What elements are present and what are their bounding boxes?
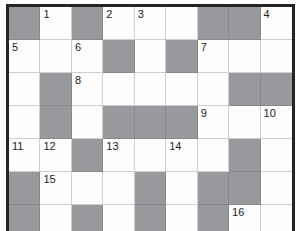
open-cell-r6c3[interactable] (72, 172, 103, 205)
open-cell-r1c6[interactable] (166, 7, 197, 40)
clue-number-14: 14 (169, 140, 181, 152)
open-cell-r4c7[interactable]: 9 (198, 106, 229, 139)
open-cell-r4c3[interactable] (72, 106, 103, 139)
open-cell-r1c9[interactable]: 4 (261, 7, 292, 40)
blocked-cell-r2c6 (166, 40, 197, 73)
open-cell-r3c7[interactable] (198, 73, 229, 106)
open-cell-r3c5[interactable] (135, 73, 166, 106)
blocked-cell-r4c6 (166, 106, 197, 139)
clue-number-6: 6 (75, 41, 81, 53)
open-cell-r6c6[interactable] (166, 172, 197, 205)
clue-number-3: 3 (138, 8, 144, 20)
blocked-cell-r5c8 (229, 139, 260, 172)
open-cell-r3c1[interactable] (9, 73, 40, 106)
clue-number-13: 13 (106, 140, 118, 152)
open-cell-r2c8[interactable] (229, 40, 260, 73)
open-cell-r4c1[interactable] (9, 106, 40, 139)
clue-number-16: 16 (232, 206, 244, 218)
open-cell-r1c4[interactable]: 2 (103, 7, 134, 40)
crossword-board-frame: 12345678910111213141516 (6, 4, 295, 231)
blocked-cell-r5c3 (72, 139, 103, 172)
open-cell-r3c3[interactable]: 8 (72, 73, 103, 106)
open-cell-r5c6[interactable]: 14 (166, 139, 197, 172)
open-cell-r5c2[interactable]: 12 (40, 139, 71, 172)
open-cell-r2c5[interactable] (135, 40, 166, 73)
open-cell-r7c4[interactable] (103, 205, 134, 231)
open-cell-r6c9[interactable] (261, 172, 292, 205)
blocked-cell-r1c1 (9, 7, 40, 40)
blocked-cell-r6c7 (198, 172, 229, 205)
open-cell-r2c3[interactable]: 6 (72, 40, 103, 73)
open-cell-r7c6[interactable] (166, 205, 197, 231)
crossword-screenshot: 12345678910111213141516 (0, 0, 300, 231)
open-cell-r5c5[interactable] (135, 139, 166, 172)
open-cell-r5c4[interactable]: 13 (103, 139, 134, 172)
blocked-cell-r7c1 (9, 205, 40, 231)
clue-number-8: 8 (75, 74, 81, 86)
blocked-cell-r1c7 (198, 7, 229, 40)
blocked-cell-r1c8 (229, 7, 260, 40)
blocked-cell-r6c1 (9, 172, 40, 205)
blocked-cell-r6c5 (135, 172, 166, 205)
open-cell-r2c1[interactable]: 5 (9, 40, 40, 73)
clue-number-7: 7 (201, 41, 207, 53)
open-cell-r6c2[interactable]: 15 (40, 172, 71, 205)
clue-number-5: 5 (12, 41, 18, 53)
open-cell-r6c4[interactable] (103, 172, 134, 205)
blocked-cell-r6c8 (229, 172, 260, 205)
blocked-cell-r4c4 (103, 106, 134, 139)
blocked-cell-r4c5 (135, 106, 166, 139)
blocked-cell-r3c8 (229, 73, 260, 106)
open-cell-r7c8[interactable]: 16 (229, 205, 260, 231)
open-cell-r3c6[interactable] (166, 73, 197, 106)
open-cell-r5c1[interactable]: 11 (9, 139, 40, 172)
clue-number-4: 4 (264, 8, 270, 20)
clue-number-15: 15 (43, 173, 55, 185)
blocked-cell-r3c2 (40, 73, 71, 106)
clue-number-9: 9 (201, 107, 207, 119)
clue-number-2: 2 (106, 8, 112, 20)
open-cell-r1c2[interactable]: 1 (40, 7, 71, 40)
clue-number-12: 12 (43, 140, 55, 152)
blocked-cell-r7c3 (72, 205, 103, 231)
open-cell-r2c7[interactable]: 7 (198, 40, 229, 73)
open-cell-r7c9[interactable] (261, 205, 292, 231)
clue-number-1: 1 (43, 8, 49, 20)
open-cell-r7c2[interactable] (40, 205, 71, 231)
crossword-grid: 12345678910111213141516 (9, 7, 292, 231)
open-cell-r5c7[interactable] (198, 139, 229, 172)
open-cell-r2c9[interactable] (261, 40, 292, 73)
open-cell-r3c4[interactable] (103, 73, 134, 106)
open-cell-r1c5[interactable]: 3 (135, 7, 166, 40)
blocked-cell-r7c5 (135, 205, 166, 231)
open-cell-r4c8[interactable] (229, 106, 260, 139)
blocked-cell-r4c2 (40, 106, 71, 139)
open-cell-r5c9[interactable] (261, 139, 292, 172)
blocked-cell-r3c9 (261, 73, 292, 106)
clue-number-11: 11 (12, 140, 23, 152)
open-cell-r2c2[interactable] (40, 40, 71, 73)
blocked-cell-r7c7 (198, 205, 229, 231)
clue-number-10: 10 (264, 107, 276, 119)
blocked-cell-r2c4 (103, 40, 134, 73)
open-cell-r4c9[interactable]: 10 (261, 106, 292, 139)
blocked-cell-r1c3 (72, 7, 103, 40)
